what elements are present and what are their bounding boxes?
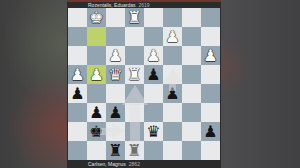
square[interactable] xyxy=(68,8,87,27)
letterbox-right xyxy=(221,0,300,168)
square[interactable] xyxy=(68,46,87,65)
black-pawn-piece[interactable]: ♟ xyxy=(106,103,125,122)
black-pawn-piece[interactable]: ♟ xyxy=(163,84,182,103)
white-pawn-piece[interactable]: ♟ xyxy=(87,65,106,84)
square[interactable] xyxy=(144,27,163,46)
square[interactable] xyxy=(68,103,87,122)
square[interactable] xyxy=(182,141,201,160)
square[interactable]: ♟ xyxy=(201,46,220,65)
square[interactable] xyxy=(163,65,182,84)
square[interactable] xyxy=(163,122,182,141)
square[interactable]: ♟ xyxy=(87,65,106,84)
square[interactable]: ♟ xyxy=(163,27,182,46)
square[interactable]: ♟ xyxy=(144,46,163,65)
video-strip[interactable]: Rozentalis, Eduardas 2619 ♚♜♟♟♟♟♟♟♛♜♟♟♟♟… xyxy=(67,0,221,168)
square[interactable] xyxy=(68,122,87,141)
square[interactable] xyxy=(68,27,87,46)
square[interactable] xyxy=(106,8,125,27)
black-pawn-piece[interactable]: ♟ xyxy=(201,122,220,141)
white-queen-piece[interactable]: ♛ xyxy=(106,65,125,84)
square[interactable]: ♟ xyxy=(144,65,163,84)
chess-board[interactable]: ♚♜♟♟♟♟♟♟♛♜♟♟♟♟♟♚♛♟♜♜ xyxy=(68,8,220,160)
square[interactable] xyxy=(201,84,220,103)
square[interactable]: ♟ xyxy=(106,46,125,65)
square[interactable] xyxy=(125,84,144,103)
square[interactable] xyxy=(163,46,182,65)
square[interactable] xyxy=(106,122,125,141)
square[interactable]: ♜ xyxy=(125,65,144,84)
square[interactable] xyxy=(182,8,201,27)
square[interactable] xyxy=(144,8,163,27)
square[interactable] xyxy=(201,65,220,84)
square[interactable] xyxy=(163,141,182,160)
black-pawn-piece[interactable]: ♟ xyxy=(68,84,87,103)
square[interactable]: ♛ xyxy=(106,65,125,84)
white-pawn-piece[interactable]: ♟ xyxy=(144,46,163,65)
square[interactable]: ♚ xyxy=(87,122,106,141)
player-name-bottom: Carlsen, Magnus xyxy=(88,161,126,167)
square[interactable] xyxy=(182,103,201,122)
white-pawn-piece[interactable]: ♟ xyxy=(163,27,182,46)
square[interactable] xyxy=(163,8,182,27)
square[interactable] xyxy=(182,122,201,141)
black-king-piece[interactable]: ♚ xyxy=(87,122,106,141)
square[interactable]: ♟ xyxy=(68,84,87,103)
square[interactable] xyxy=(201,8,220,27)
square[interactable] xyxy=(182,46,201,65)
white-pawn-piece[interactable]: ♟ xyxy=(68,65,87,84)
square[interactable] xyxy=(201,27,220,46)
square[interactable] xyxy=(144,141,163,160)
square[interactable] xyxy=(125,103,144,122)
square[interactable] xyxy=(106,84,125,103)
black-pawn-piece[interactable]: ♟ xyxy=(87,103,106,122)
square[interactable] xyxy=(87,27,106,46)
white-king-piece[interactable]: ♚ xyxy=(87,8,106,27)
square[interactable] xyxy=(106,27,125,46)
square[interactable] xyxy=(144,84,163,103)
square[interactable] xyxy=(125,27,144,46)
black-rook-piece[interactable]: ♜ xyxy=(106,141,125,160)
player-bar-bottom: Carlsen, Magnus 2862 xyxy=(67,160,221,168)
square[interactable]: ♚ xyxy=(87,8,106,27)
square[interactable]: ♜ xyxy=(125,141,144,160)
square[interactable] xyxy=(201,103,220,122)
black-rook-piece[interactable]: ♜ xyxy=(125,141,144,160)
square[interactable] xyxy=(163,103,182,122)
square[interactable]: ♟ xyxy=(163,84,182,103)
square[interactable]: ♟ xyxy=(87,103,106,122)
square[interactable]: ♟ xyxy=(68,65,87,84)
white-rook-piece[interactable]: ♜ xyxy=(125,65,144,84)
square[interactable]: ♜ xyxy=(125,8,144,27)
square[interactable]: ♟ xyxy=(106,103,125,122)
square[interactable] xyxy=(182,84,201,103)
black-pawn-piece[interactable]: ♟ xyxy=(144,65,163,84)
video-frame: Rozentalis, Eduardas 2619 ♚♜♟♟♟♟♟♟♛♜♟♟♟♟… xyxy=(0,0,300,168)
square[interactable] xyxy=(87,84,106,103)
square[interactable] xyxy=(87,46,106,65)
square[interactable] xyxy=(68,141,87,160)
square[interactable] xyxy=(125,46,144,65)
square[interactable]: ♜ xyxy=(106,141,125,160)
player-rating-bottom: 2862 xyxy=(129,161,140,167)
square[interactable] xyxy=(125,122,144,141)
square[interactable] xyxy=(182,27,201,46)
square[interactable]: ♟ xyxy=(201,122,220,141)
square[interactable] xyxy=(144,103,163,122)
white-rook-piece[interactable]: ♜ xyxy=(125,8,144,27)
letterbox-left xyxy=(0,0,67,168)
black-queen-piece[interactable]: ♛ xyxy=(144,122,163,141)
white-pawn-piece[interactable]: ♟ xyxy=(201,46,220,65)
square[interactable] xyxy=(87,141,106,160)
white-pawn-piece[interactable]: ♟ xyxy=(106,46,125,65)
square[interactable] xyxy=(182,65,201,84)
square[interactable]: ♛ xyxy=(144,122,163,141)
square[interactable] xyxy=(201,141,220,160)
